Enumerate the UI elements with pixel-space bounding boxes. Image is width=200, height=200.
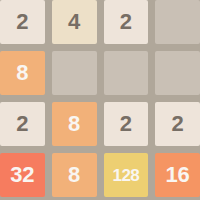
tile-8-r2c1: 8 [0, 51, 45, 95]
tile-8-r3c2: 8 [52, 102, 97, 146]
empty-cell-r2c3 [104, 51, 149, 95]
empty-cell-r1c4 [155, 0, 200, 44]
tile-2-r3c1: 2 [0, 102, 45, 146]
empty-cell-r2c4 [155, 51, 200, 95]
tile-128-r4c3: 128 [104, 153, 149, 197]
tile-2-r1c3: 2 [104, 0, 149, 44]
tile-8-r4c2: 8 [52, 153, 97, 197]
tile-2-r1c1: 2 [0, 0, 45, 44]
tile-4-r1c2: 4 [52, 0, 97, 44]
empty-cell-r2c2 [52, 51, 97, 95]
tile-2-r3c4: 2 [155, 102, 200, 146]
tile-16-r4c4: 16 [155, 153, 200, 197]
board-2048[interactable]: 2428282232812816 [0, 0, 200, 200]
tile-32-r4c1: 32 [0, 153, 45, 197]
tile-2-r3c3: 2 [104, 102, 149, 146]
